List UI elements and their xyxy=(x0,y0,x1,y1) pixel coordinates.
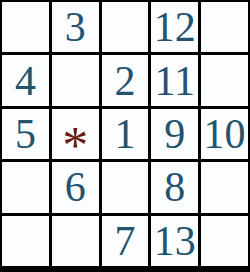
cell-value: 9 xyxy=(164,113,185,155)
puzzle-grid: 3 12 4 2 11 5 * 1 9 10 6 8 7 13 xyxy=(0,0,250,272)
cell-value: 3 xyxy=(65,6,86,48)
grid-cell-r4c5[interactable] xyxy=(201,162,248,212)
cell-value: 2 xyxy=(114,60,135,102)
cell-value: 5 xyxy=(15,113,36,155)
grid-cell-r5c1[interactable] xyxy=(2,216,49,266)
grid-cell-r2c1[interactable]: 4 xyxy=(2,55,49,105)
cell-value: 12 xyxy=(154,6,196,48)
grid-cell-r3c5[interactable]: 10 xyxy=(201,109,248,159)
grid-cell-r5c4[interactable]: 13 xyxy=(151,216,198,266)
cell-value: 13 xyxy=(154,220,196,262)
grid-cell-r1c5[interactable] xyxy=(201,2,248,52)
cell-value: 4 xyxy=(15,60,36,102)
cell-value: 7 xyxy=(114,220,135,262)
grid-cell-r1c1[interactable] xyxy=(2,2,49,52)
grid-cell-r2c4[interactable]: 11 xyxy=(151,55,198,105)
grid-cell-r2c2[interactable] xyxy=(52,55,99,105)
grid-cell-r2c5[interactable] xyxy=(201,55,248,105)
star-cell[interactable]: * xyxy=(52,109,99,159)
grid-cell-r5c2[interactable] xyxy=(52,216,99,266)
grid-cell-r4c2[interactable]: 6 xyxy=(52,162,99,212)
grid-cell-r5c5[interactable] xyxy=(201,216,248,266)
cell-value: 1 xyxy=(114,113,135,155)
grid-cell-r4c1[interactable] xyxy=(2,162,49,212)
grid-cell-r1c3[interactable] xyxy=(102,2,149,52)
cell-value: 6 xyxy=(65,166,86,208)
grid-cell-r5c3[interactable]: 7 xyxy=(102,216,149,266)
grid-cell-r3c1[interactable]: 5 xyxy=(2,109,49,159)
grid-cell-r4c3[interactable] xyxy=(102,162,149,212)
cell-value: 11 xyxy=(155,60,195,102)
grid-cell-r1c4[interactable]: 12 xyxy=(151,2,198,52)
grid-cell-r2c3[interactable]: 2 xyxy=(102,55,149,105)
cell-value: 10 xyxy=(204,113,246,155)
asterisk-marker: * xyxy=(62,120,88,159)
grid-cell-r3c3[interactable]: 1 xyxy=(102,109,149,159)
grid-cell-r3c4[interactable]: 9 xyxy=(151,109,198,159)
grid-cell-r1c2[interactable]: 3 xyxy=(52,2,99,52)
cell-value: 8 xyxy=(164,166,185,208)
grid-cell-r4c4[interactable]: 8 xyxy=(151,162,198,212)
